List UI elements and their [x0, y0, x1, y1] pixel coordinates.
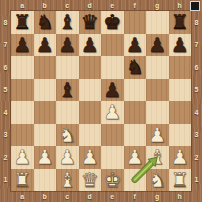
square-d8[interactable]: ♛ — [79, 11, 102, 34]
square-h6[interactable] — [169, 56, 192, 79]
black-king: ♚ — [101, 11, 124, 34]
rank-label-2: 2 — [191, 146, 202, 169]
square-b2[interactable]: ♟ — [34, 146, 57, 169]
rank-label-5: 5 — [191, 79, 202, 102]
black-pawn: ♟ — [56, 34, 79, 57]
file-label-f: f — [124, 191, 147, 202]
square-g2[interactable]: ♝ — [146, 146, 169, 169]
square-f5[interactable] — [124, 79, 147, 102]
black-pawn: ♟ — [101, 79, 124, 102]
square-a1[interactable]: ♜ — [11, 169, 34, 192]
black-to-move-indicator — [190, 1, 200, 11]
file-label-d: d — [79, 0, 102, 11]
rank-label-3: 3 — [0, 124, 11, 147]
square-f7[interactable]: ♟ — [124, 34, 147, 57]
file-label-d: d — [79, 191, 102, 202]
rank-label-7: 7 — [191, 34, 202, 57]
rank-labels-left: 87654321 — [0, 11, 11, 191]
board: ♜♞♝♛♚♜♟♟♟♟♟♟♟♞♝♟♟♞♟♟♟♟♟♟♝♟♜♝♛♚♞♜ — [11, 11, 191, 191]
file-label-c: c — [56, 0, 79, 11]
square-f1[interactable] — [124, 169, 147, 192]
square-e8[interactable]: ♚ — [101, 11, 124, 34]
rank-label-8: 8 — [191, 11, 202, 34]
white-rook: ♜ — [169, 169, 192, 192]
rank-label-3: 3 — [191, 124, 202, 147]
black-knight: ♞ — [124, 56, 147, 79]
square-g1[interactable]: ♞ — [146, 169, 169, 192]
square-b6[interactable] — [34, 56, 57, 79]
square-c6[interactable] — [56, 56, 79, 79]
square-h7[interactable]: ♟ — [169, 34, 192, 57]
white-pawn: ♟ — [56, 146, 79, 169]
black-pawn: ♟ — [169, 34, 192, 57]
file-label-a: a — [11, 0, 34, 11]
square-a7[interactable]: ♟ — [11, 34, 34, 57]
black-pawn: ♟ — [34, 34, 57, 57]
square-a2[interactable]: ♟ — [11, 146, 34, 169]
square-a3[interactable] — [11, 124, 34, 147]
black-pawn: ♟ — [146, 34, 169, 57]
square-e7[interactable] — [101, 34, 124, 57]
file-label-h: h — [169, 0, 192, 11]
rank-labels-right: 87654321 — [191, 11, 202, 191]
square-g4[interactable] — [146, 101, 169, 124]
black-pawn: ♟ — [11, 34, 34, 57]
square-b4[interactable] — [34, 101, 57, 124]
rank-label-4: 4 — [0, 101, 11, 124]
square-d7[interactable]: ♟ — [79, 34, 102, 57]
square-b8[interactable]: ♞ — [34, 11, 57, 34]
white-pawn: ♟ — [79, 146, 102, 169]
square-h3[interactable] — [169, 124, 192, 147]
white-rook: ♜ — [11, 169, 34, 192]
file-label-f: f — [124, 0, 147, 11]
black-knight: ♞ — [34, 11, 57, 34]
white-pawn: ♟ — [146, 124, 169, 147]
square-h4[interactable] — [169, 101, 192, 124]
square-f3[interactable] — [124, 124, 147, 147]
file-label-e: e — [101, 191, 124, 202]
white-pawn: ♟ — [124, 146, 147, 169]
square-e6[interactable] — [101, 56, 124, 79]
square-c8[interactable]: ♝ — [56, 11, 79, 34]
square-h5[interactable] — [169, 79, 192, 102]
rank-label-7: 7 — [0, 34, 11, 57]
square-c5[interactable]: ♝ — [56, 79, 79, 102]
file-label-g: g — [146, 191, 169, 202]
square-h8[interactable]: ♜ — [169, 11, 192, 34]
file-label-b: b — [34, 0, 57, 11]
square-c3[interactable]: ♞ — [56, 124, 79, 147]
square-f6[interactable]: ♞ — [124, 56, 147, 79]
white-bishop: ♝ — [146, 146, 169, 169]
white-knight: ♞ — [56, 124, 79, 147]
square-e4[interactable]: ♟ — [101, 101, 124, 124]
square-g3[interactable]: ♟ — [146, 124, 169, 147]
rank-label-1: 1 — [191, 169, 202, 192]
file-label-g: g — [146, 0, 169, 11]
square-g7[interactable]: ♟ — [146, 34, 169, 57]
file-label-c: c — [56, 191, 79, 202]
square-d2[interactable]: ♟ — [79, 146, 102, 169]
white-king: ♚ — [101, 169, 124, 192]
white-queen: ♛ — [79, 169, 102, 192]
square-d6[interactable] — [79, 56, 102, 79]
square-e1[interactable]: ♚ — [101, 169, 124, 192]
square-h1[interactable]: ♜ — [169, 169, 192, 192]
black-bishop: ♝ — [56, 11, 79, 34]
square-c7[interactable]: ♟ — [56, 34, 79, 57]
black-rook: ♜ — [11, 11, 34, 34]
rank-label-8: 8 — [0, 11, 11, 34]
white-pawn: ♟ — [34, 146, 57, 169]
square-b3[interactable] — [34, 124, 57, 147]
rank-label-6: 6 — [191, 56, 202, 79]
square-b7[interactable]: ♟ — [34, 34, 57, 57]
square-f8[interactable] — [124, 11, 147, 34]
square-d4[interactable] — [79, 101, 102, 124]
square-b1[interactable] — [34, 169, 57, 192]
square-f4[interactable] — [124, 101, 147, 124]
square-g6[interactable] — [146, 56, 169, 79]
white-pawn: ♟ — [11, 146, 34, 169]
square-d3[interactable] — [79, 124, 102, 147]
chess-board-widget: abcdefgh abcdefgh 87654321 87654321 ♜♞♝♛… — [0, 0, 202, 202]
square-e5[interactable]: ♟ — [101, 79, 124, 102]
black-queen: ♛ — [79, 11, 102, 34]
square-a5[interactable] — [11, 79, 34, 102]
rank-label-6: 6 — [0, 56, 11, 79]
square-e2[interactable] — [101, 146, 124, 169]
file-label-h: h — [169, 191, 192, 202]
file-label-b: b — [34, 191, 57, 202]
black-pawn: ♟ — [79, 34, 102, 57]
square-f2[interactable]: ♟ — [124, 146, 147, 169]
file-labels-bottom: abcdefgh — [11, 191, 191, 202]
square-d1[interactable]: ♛ — [79, 169, 102, 192]
white-knight: ♞ — [146, 169, 169, 192]
square-a8[interactable]: ♜ — [11, 11, 34, 34]
rank-label-1: 1 — [0, 169, 11, 192]
black-pawn: ♟ — [124, 34, 147, 57]
square-d5[interactable] — [79, 79, 102, 102]
rank-label-2: 2 — [0, 146, 11, 169]
square-b5[interactable] — [34, 79, 57, 102]
rank-label-4: 4 — [191, 101, 202, 124]
square-g5[interactable] — [146, 79, 169, 102]
file-label-a: a — [11, 191, 34, 202]
white-pawn: ♟ — [101, 101, 124, 124]
square-c2[interactable]: ♟ — [56, 146, 79, 169]
file-labels-top: abcdefgh — [11, 0, 191, 11]
black-bishop: ♝ — [56, 79, 79, 102]
white-pawn: ♟ — [169, 146, 192, 169]
square-e3[interactable] — [101, 124, 124, 147]
square-a4[interactable] — [11, 101, 34, 124]
black-rook: ♜ — [169, 11, 192, 34]
square-c4[interactable] — [56, 101, 79, 124]
square-g8[interactable] — [146, 11, 169, 34]
file-label-e: e — [101, 0, 124, 11]
square-a6[interactable] — [11, 56, 34, 79]
square-c1[interactable]: ♝ — [56, 169, 79, 192]
square-h2[interactable]: ♟ — [169, 146, 192, 169]
rank-label-5: 5 — [0, 79, 11, 102]
white-bishop: ♝ — [56, 169, 79, 192]
